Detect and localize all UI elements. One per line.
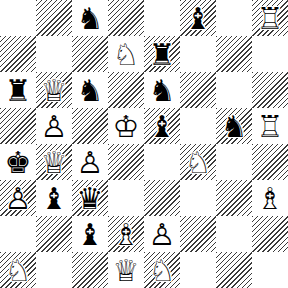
piece-black-queen: ♛♛ — [72, 180, 108, 216]
chess-diagram: ♞♞♝♝♜♖♞♘♜♜♜♜♛♕♞♞♞♞♟♙♚♔♝♝♞♞♜♖♚♚♛♕♟♙♞♘♟♙♝♝… — [0, 0, 288, 288]
square-e2[interactable]: ♟♙ — [144, 216, 180, 252]
piece-black-bishop: ♝♝ — [144, 108, 180, 144]
square-e1[interactable]: ♞♘ — [144, 252, 180, 288]
square-f1[interactable] — [180, 252, 216, 288]
square-g1[interactable] — [216, 252, 252, 288]
square-e7[interactable]: ♜♜ — [144, 36, 180, 72]
piece-black-knight: ♞♞ — [72, 0, 108, 36]
square-f7[interactable] — [180, 36, 216, 72]
square-d2[interactable]: ♝♗ — [108, 216, 144, 252]
square-h2[interactable] — [252, 216, 288, 252]
square-f4[interactable]: ♞♘ — [180, 144, 216, 180]
piece-white-rook: ♜♖ — [252, 0, 288, 36]
square-h7[interactable] — [252, 36, 288, 72]
square-f5[interactable] — [180, 108, 216, 144]
square-a4[interactable]: ♚♚ — [0, 144, 36, 180]
piece-white-knight: ♞♘ — [180, 144, 216, 180]
square-f6[interactable] — [180, 72, 216, 108]
square-f3[interactable] — [180, 180, 216, 216]
square-d8[interactable] — [108, 0, 144, 36]
square-g4[interactable] — [216, 144, 252, 180]
square-d5[interactable]: ♚♔ — [108, 108, 144, 144]
piece-black-rook: ♜♜ — [0, 72, 36, 108]
square-d6[interactable] — [108, 72, 144, 108]
square-b8[interactable] — [36, 0, 72, 36]
square-e5[interactable]: ♝♝ — [144, 108, 180, 144]
square-g6[interactable] — [216, 72, 252, 108]
square-a1[interactable]: ♞♘ — [0, 252, 36, 288]
piece-white-king: ♚♔ — [108, 108, 144, 144]
piece-white-pawn: ♟♙ — [0, 180, 36, 216]
piece-black-knight: ♞♞ — [216, 108, 252, 144]
piece-black-bishop: ♝♝ — [180, 0, 216, 36]
square-c1[interactable] — [72, 252, 108, 288]
square-g2[interactable] — [216, 216, 252, 252]
square-e3[interactable] — [144, 180, 180, 216]
square-e4[interactable] — [144, 144, 180, 180]
piece-white-knight: ♞♘ — [108, 36, 144, 72]
square-a3[interactable]: ♟♙ — [0, 180, 36, 216]
piece-white-knight: ♞♘ — [0, 252, 36, 288]
square-h4[interactable] — [252, 144, 288, 180]
square-c4[interactable]: ♟♙ — [72, 144, 108, 180]
square-c5[interactable] — [72, 108, 108, 144]
square-h6[interactable] — [252, 72, 288, 108]
square-a2[interactable] — [0, 216, 36, 252]
square-g3[interactable] — [216, 180, 252, 216]
square-c8[interactable]: ♞♞ — [72, 0, 108, 36]
square-b4[interactable]: ♛♕ — [36, 144, 72, 180]
square-a6[interactable]: ♜♜ — [0, 72, 36, 108]
square-g5[interactable]: ♞♞ — [216, 108, 252, 144]
square-g7[interactable] — [216, 36, 252, 72]
square-f8[interactable]: ♝♝ — [180, 0, 216, 36]
square-d7[interactable]: ♞♘ — [108, 36, 144, 72]
square-h8[interactable]: ♜♖ — [252, 0, 288, 36]
piece-black-bishop: ♝♝ — [36, 180, 72, 216]
square-e8[interactable] — [144, 0, 180, 36]
piece-white-bishop: ♝♗ — [108, 216, 144, 252]
piece-white-pawn: ♟♙ — [144, 216, 180, 252]
square-c7[interactable] — [72, 36, 108, 72]
piece-white-pawn: ♟♙ — [36, 108, 72, 144]
square-a8[interactable] — [0, 0, 36, 36]
square-a7[interactable] — [0, 36, 36, 72]
square-f2[interactable] — [180, 216, 216, 252]
piece-black-knight: ♞♞ — [144, 72, 180, 108]
piece-black-king: ♚♚ — [0, 144, 36, 180]
piece-white-pawn: ♟♙ — [72, 144, 108, 180]
square-b3[interactable]: ♝♝ — [36, 180, 72, 216]
square-h5[interactable]: ♜♖ — [252, 108, 288, 144]
piece-white-bishop: ♝♗ — [252, 180, 288, 216]
square-b6[interactable]: ♛♕ — [36, 72, 72, 108]
piece-white-queen: ♛♕ — [36, 144, 72, 180]
square-b1[interactable] — [36, 252, 72, 288]
piece-black-bishop: ♝♝ — [72, 216, 108, 252]
piece-white-rook: ♜♖ — [252, 108, 288, 144]
square-d4[interactable] — [108, 144, 144, 180]
square-d3[interactable] — [108, 180, 144, 216]
square-c3[interactable]: ♛♛ — [72, 180, 108, 216]
square-h3[interactable]: ♝♗ — [252, 180, 288, 216]
square-b7[interactable] — [36, 36, 72, 72]
piece-white-queen: ♛♕ — [36, 72, 72, 108]
square-b5[interactable]: ♟♙ — [36, 108, 72, 144]
chess-board: ♞♞♝♝♜♖♞♘♜♜♜♜♛♕♞♞♞♞♟♙♚♔♝♝♞♞♜♖♚♚♛♕♟♙♞♘♟♙♝♝… — [0, 0, 288, 288]
piece-black-knight: ♞♞ — [72, 72, 108, 108]
square-c6[interactable]: ♞♞ — [72, 72, 108, 108]
piece-white-queen: ♛♕ — [108, 252, 144, 288]
piece-white-knight: ♞♘ — [144, 252, 180, 288]
square-c2[interactable]: ♝♝ — [72, 216, 108, 252]
square-e6[interactable]: ♞♞ — [144, 72, 180, 108]
square-h1[interactable] — [252, 252, 288, 288]
piece-black-rook: ♜♜ — [144, 36, 180, 72]
square-g8[interactable] — [216, 0, 252, 36]
square-d1[interactable]: ♛♕ — [108, 252, 144, 288]
square-b2[interactable] — [36, 216, 72, 252]
square-a5[interactable] — [0, 108, 36, 144]
